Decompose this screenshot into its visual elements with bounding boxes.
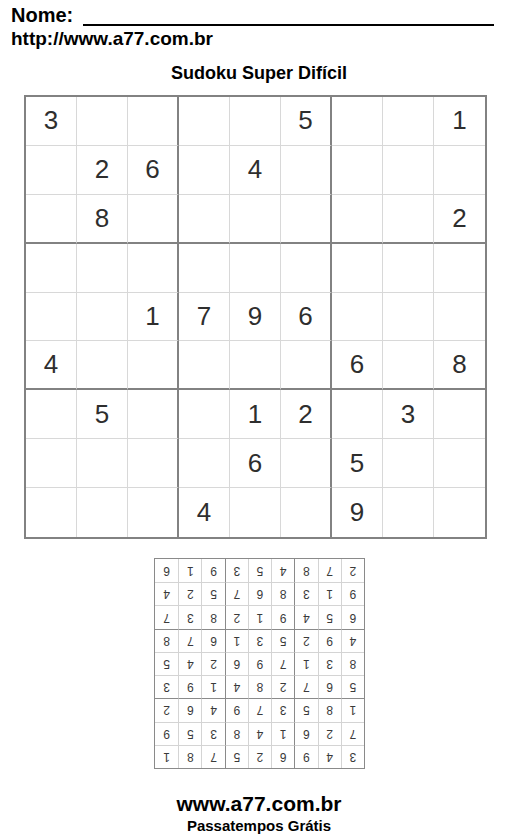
- puzzle-cell-r7c2[interactable]: 5: [77, 390, 128, 439]
- puzzle-cell-r4c4[interactable]: [179, 244, 230, 293]
- solution-cell-r6c6: 1: [225, 629, 248, 652]
- puzzle-cell-r9c7[interactable]: 9: [332, 488, 383, 537]
- puzzle-cell-r2c3[interactable]: 6: [128, 146, 179, 195]
- puzzle-cell-r5c9[interactable]: [434, 293, 485, 342]
- puzzle-cell-r1c2[interactable]: [77, 97, 128, 146]
- solution-cell-r3c4: 3: [271, 698, 294, 721]
- name-blank-line: [83, 4, 494, 26]
- puzzle-cell-r1c5[interactable]: [230, 97, 281, 146]
- solution-cell-r8c6: 7: [225, 582, 248, 605]
- solution-cell-r3c7: 4: [201, 698, 224, 721]
- solution-cell-r9c4: 4: [271, 559, 294, 582]
- puzzle-cell-r5c6[interactable]: 6: [281, 293, 332, 342]
- puzzle-cell-r5c7[interactable]: [332, 293, 383, 342]
- puzzle-cell-r6c3[interactable]: [128, 341, 179, 390]
- solution-cell-r3c8: 6: [178, 698, 201, 721]
- puzzle-cell-r3c5[interactable]: [230, 195, 281, 244]
- puzzle-cell-r1c9[interactable]: 1: [434, 97, 485, 146]
- solution-cell-r6c5: 3: [248, 629, 271, 652]
- worksheet-page: Nome: http://www.a77.com.br Sudoku Super…: [0, 0, 518, 840]
- solution-cell-r9c1: 2: [341, 559, 364, 582]
- puzzle-cell-r8c2[interactable]: [77, 439, 128, 488]
- puzzle-cell-r3c1[interactable]: [26, 195, 77, 244]
- solution-cell-r7c8: 3: [178, 605, 201, 628]
- solution-cell-r3c2: 8: [318, 698, 341, 721]
- puzzle-cell-r8c7[interactable]: 5: [332, 439, 383, 488]
- puzzle-cell-r9c3[interactable]: [128, 488, 179, 537]
- solution-cell-r2c2: 2: [318, 722, 341, 745]
- solution-cell-r8c8: 2: [178, 582, 201, 605]
- puzzle-cell-r6c5[interactable]: [230, 341, 281, 390]
- sudoku-puzzle-grid: 35126482179646851236549: [24, 95, 487, 539]
- puzzle-cell-r8c1[interactable]: [26, 439, 77, 488]
- puzzle-cell-r7c4[interactable]: [179, 390, 230, 439]
- solution-cell-r6c2: 9: [318, 629, 341, 652]
- solution-cell-r5c4: 7: [271, 652, 294, 675]
- puzzle-cell-r7c8[interactable]: 3: [383, 390, 434, 439]
- solution-cell-r6c1: 4: [341, 629, 364, 652]
- puzzle-cell-r5c8[interactable]: [383, 293, 434, 342]
- solution-cell-r5c1: 8: [341, 652, 364, 675]
- solution-cell-r4c2: 6: [318, 675, 341, 698]
- solution-cell-r6c9: 8: [155, 629, 178, 652]
- puzzle-cell-r4c8[interactable]: [383, 244, 434, 293]
- solution-cell-r6c8: 7: [178, 629, 201, 652]
- solution-cell-r8c3: 3: [294, 582, 317, 605]
- solution-cell-r8c9: 4: [155, 582, 178, 605]
- solution-cell-r5c2: 3: [318, 652, 341, 675]
- solution-cell-r5c9: 5: [155, 652, 178, 675]
- puzzle-cell-r6c2[interactable]: [77, 341, 128, 390]
- solution-cell-r5c5: 9: [248, 652, 271, 675]
- solution-cell-r5c6: 6: [225, 652, 248, 675]
- puzzle-cell-r4c7[interactable]: [332, 244, 383, 293]
- solution-cell-r2c5: 4: [248, 722, 271, 745]
- puzzle-cell-r2c9[interactable]: [434, 146, 485, 195]
- solution-cell-r1c9: 1: [155, 745, 178, 768]
- solution-cell-r6c7: 6: [201, 629, 224, 652]
- puzzle-cell-r3c7[interactable]: [332, 195, 383, 244]
- puzzle-cell-r2c7[interactable]: [332, 146, 383, 195]
- solution-cell-r3c5: 7: [248, 698, 271, 721]
- solution-cell-r2c1: 7: [341, 722, 364, 745]
- puzzle-cell-r8c9[interactable]: [434, 439, 485, 488]
- puzzle-cell-r7c5[interactable]: 1: [230, 390, 281, 439]
- puzzle-cell-r3c4[interactable]: [179, 195, 230, 244]
- puzzle-cell-r3c6[interactable]: [281, 195, 332, 244]
- puzzle-cell-r1c4[interactable]: [179, 97, 230, 146]
- sudoku-solution-grid: 3496257817261483591853794625672841938317…: [154, 558, 365, 769]
- solution-cell-r2c7: 3: [201, 722, 224, 745]
- puzzle-cell-r9c2[interactable]: [77, 488, 128, 537]
- solution-cell-r4c6: 4: [225, 675, 248, 698]
- solution-cell-r9c9: 6: [155, 559, 178, 582]
- puzzle-cell-r3c2[interactable]: 8: [77, 195, 128, 244]
- puzzle-cell-r5c5[interactable]: 9: [230, 293, 281, 342]
- solution-cell-r3c6: 9: [225, 698, 248, 721]
- solution-cell-r4c9: 3: [155, 675, 178, 698]
- solution-cell-r1c8: 8: [178, 745, 201, 768]
- name-label: Nome:: [11, 4, 73, 26]
- solution-cell-r1c6: 5: [225, 745, 248, 768]
- solution-cell-r7c7: 8: [201, 605, 224, 628]
- solution-cell-r1c4: 6: [271, 745, 294, 768]
- solution-cell-r3c1: 1: [341, 698, 364, 721]
- solution-cell-r8c5: 6: [248, 582, 271, 605]
- page-title: Sudoku Super Difícil: [0, 63, 518, 84]
- solution-cell-r7c2: 5: [318, 605, 341, 628]
- solution-cell-r9c8: 1: [178, 559, 201, 582]
- solution-cell-r8c2: 1: [318, 582, 341, 605]
- puzzle-cell-r4c1[interactable]: [26, 244, 77, 293]
- solution-cell-r2c4: 1: [271, 722, 294, 745]
- puzzle-cell-r7c6[interactable]: 2: [281, 390, 332, 439]
- puzzle-cell-r5c3[interactable]: 1: [128, 293, 179, 342]
- puzzle-cell-r6c1[interactable]: 4: [26, 341, 77, 390]
- puzzle-cell-r1c6[interactable]: 5: [281, 97, 332, 146]
- solution-cell-r2c9: 9: [155, 722, 178, 745]
- solution-cell-r6c4: 5: [271, 629, 294, 652]
- puzzle-cell-r2c5[interactable]: 4: [230, 146, 281, 195]
- puzzle-cell-r9c8[interactable]: [383, 488, 434, 537]
- solution-cell-r8c7: 5: [201, 582, 224, 605]
- solution-cell-r1c3: 9: [294, 745, 317, 768]
- solution-cell-r7c9: 7: [155, 605, 178, 628]
- solution-cell-r8c4: 8: [271, 582, 294, 605]
- puzzle-cell-r3c3[interactable]: [128, 195, 179, 244]
- name-row: Nome:: [11, 4, 494, 26]
- puzzle-cell-r5c4[interactable]: 7: [179, 293, 230, 342]
- solution-cell-r7c4: 9: [271, 605, 294, 628]
- solution-cell-r2c3: 6: [294, 722, 317, 745]
- puzzle-cell-r8c8[interactable]: [383, 439, 434, 488]
- puzzle-cell-r6c8[interactable]: [383, 341, 434, 390]
- puzzle-cell-r7c1[interactable]: [26, 390, 77, 439]
- puzzle-cell-r2c4[interactable]: [179, 146, 230, 195]
- puzzle-cell-r2c1[interactable]: [26, 146, 77, 195]
- solution-cell-r1c7: 7: [201, 745, 224, 768]
- puzzle-cell-r9c1[interactable]: [26, 488, 77, 537]
- solution-cell-r7c1: 6: [341, 605, 364, 628]
- solution-cell-r1c2: 4: [318, 745, 341, 768]
- puzzle-cell-r4c2[interactable]: [77, 244, 128, 293]
- puzzle-cell-r4c5[interactable]: [230, 244, 281, 293]
- solution-cell-r4c3: 7: [294, 675, 317, 698]
- puzzle-cell-r8c5[interactable]: 6: [230, 439, 281, 488]
- footer-tagline: Passatempos Grátis: [0, 817, 518, 834]
- puzzle-cell-r7c3[interactable]: [128, 390, 179, 439]
- puzzle-cell-r7c7[interactable]: [332, 390, 383, 439]
- puzzle-cell-r9c4[interactable]: 4: [179, 488, 230, 537]
- solution-cell-r2c6: 8: [225, 722, 248, 745]
- puzzle-cell-r4c6[interactable]: [281, 244, 332, 293]
- puzzle-cell-r6c6[interactable]: [281, 341, 332, 390]
- puzzle-cell-r2c6[interactable]: [281, 146, 332, 195]
- solution-cell-r1c5: 2: [248, 745, 271, 768]
- puzzle-cell-r2c2[interactable]: 2: [77, 146, 128, 195]
- solution-cell-r5c7: 2: [201, 652, 224, 675]
- puzzle-cell-r9c5[interactable]: [230, 488, 281, 537]
- puzzle-cell-r6c7[interactable]: 6: [332, 341, 383, 390]
- solution-cell-r9c2: 7: [318, 559, 341, 582]
- puzzle-cell-r9c9[interactable]: [434, 488, 485, 537]
- solution-cell-r6c3: 2: [294, 629, 317, 652]
- solution-cell-r7c5: 1: [248, 605, 271, 628]
- puzzle-cell-r4c3[interactable]: [128, 244, 179, 293]
- puzzle-cell-r5c1[interactable]: [26, 293, 77, 342]
- puzzle-cell-r5c2[interactable]: [77, 293, 128, 342]
- puzzle-cell-r8c3[interactable]: [128, 439, 179, 488]
- puzzle-cell-r9c6[interactable]: [281, 488, 332, 537]
- footer-site-url: www.a77.com.br: [0, 792, 518, 816]
- solution-cell-r3c9: 2: [155, 698, 178, 721]
- solution-cell-r9c3: 8: [294, 559, 317, 582]
- site-url: http://www.a77.com.br: [11, 28, 213, 50]
- puzzle-cell-r6c9[interactable]: 8: [434, 341, 485, 390]
- solution-cell-r7c3: 4: [294, 605, 317, 628]
- puzzle-cell-r1c7[interactable]: [332, 97, 383, 146]
- solution-cell-r2c8: 5: [178, 722, 201, 745]
- puzzle-cell-r1c8[interactable]: [383, 97, 434, 146]
- solution-cell-r4c1: 5: [341, 675, 364, 698]
- puzzle-cell-r1c3[interactable]: [128, 97, 179, 146]
- solution-cell-r4c5: 8: [248, 675, 271, 698]
- solution-cell-r9c6: 3: [225, 559, 248, 582]
- puzzle-cell-r4c9[interactable]: [434, 244, 485, 293]
- solution-cell-r4c4: 2: [271, 675, 294, 698]
- puzzle-cell-r8c4[interactable]: [179, 439, 230, 488]
- solution-cell-r7c6: 2: [225, 605, 248, 628]
- puzzle-cell-r3c8[interactable]: [383, 195, 434, 244]
- solution-cell-r4c8: 9: [178, 675, 201, 698]
- puzzle-cell-r1c1[interactable]: 3: [26, 97, 77, 146]
- solution-cell-r5c3: 1: [294, 652, 317, 675]
- puzzle-cell-r7c9[interactable]: [434, 390, 485, 439]
- puzzle-cell-r8c6[interactable]: [281, 439, 332, 488]
- solution-cell-r5c8: 4: [178, 652, 201, 675]
- puzzle-cell-r3c9[interactable]: 2: [434, 195, 485, 244]
- puzzle-cell-r6c4[interactable]: [179, 341, 230, 390]
- solution-cell-r3c3: 5: [294, 698, 317, 721]
- solution-cell-r1c1: 3: [341, 745, 364, 768]
- solution-cell-r9c7: 9: [201, 559, 224, 582]
- solution-cell-r9c5: 5: [248, 559, 271, 582]
- solution-cell-r4c7: 1: [201, 675, 224, 698]
- puzzle-cell-r2c8[interactable]: [383, 146, 434, 195]
- solution-cell-r8c1: 9: [341, 582, 364, 605]
